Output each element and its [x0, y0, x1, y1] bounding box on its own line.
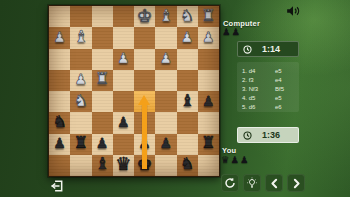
square-g5[interactable]: ♝ — [177, 91, 198, 112]
black-queen[interactable]: ♛ — [115, 155, 131, 173]
move-black: e6 — [275, 104, 282, 110]
square-b3[interactable] — [70, 49, 91, 70]
computer-captured-pieces: ♟♟ — [222, 26, 241, 37]
square-a4[interactable] — [49, 70, 70, 91]
square-h5[interactable]: ♟ — [198, 91, 219, 112]
square-b5[interactable]: ♞ — [70, 91, 91, 112]
square-c8[interactable]: ♝ — [92, 155, 113, 176]
square-c2[interactable] — [92, 27, 113, 48]
square-b1[interactable] — [70, 6, 91, 27]
move-row: 4. d5e5 — [242, 94, 299, 103]
square-f3[interactable]: ♟ — [155, 49, 176, 70]
square-e4[interactable] — [134, 70, 155, 91]
white-rook[interactable]: ♜ — [201, 8, 215, 24]
square-a3[interactable] — [49, 49, 70, 70]
square-a6[interactable]: ♞ — [49, 112, 70, 133]
white-knight[interactable]: ♞ — [180, 8, 194, 24]
square-f6[interactable] — [155, 112, 176, 133]
square-b8[interactable] — [70, 155, 91, 176]
square-d8[interactable]: ♛ — [113, 155, 134, 176]
back-chevron-icon — [269, 178, 280, 189]
square-f1[interactable]: ♝ — [155, 6, 176, 27]
square-h8[interactable] — [198, 155, 219, 176]
square-a2[interactable]: ♟ — [49, 27, 70, 48]
player-time: 1:36 — [252, 130, 298, 140]
you-captured-pieces: ♛♟♟ — [221, 154, 250, 165]
square-b7[interactable]: ♜ — [70, 134, 91, 155]
square-c5[interactable] — [92, 91, 113, 112]
square-d4[interactable] — [113, 70, 134, 91]
hint-button[interactable] — [243, 174, 261, 192]
square-g4[interactable] — [177, 70, 198, 91]
square-c6[interactable] — [92, 112, 113, 133]
forward-chevron-icon — [291, 178, 302, 189]
square-h1[interactable]: ♜ — [198, 6, 219, 27]
square-f5[interactable] — [155, 91, 176, 112]
square-e8[interactable]: ♚ — [134, 155, 155, 176]
square-g7[interactable] — [177, 134, 198, 155]
black-bishop[interactable]: ♝ — [180, 93, 194, 109]
square-h6[interactable] — [198, 112, 219, 133]
square-e7[interactable]: ♟ — [134, 134, 155, 155]
black-knight[interactable]: ♞ — [52, 114, 66, 130]
square-c3[interactable] — [92, 49, 113, 70]
black-pawn[interactable]: ♟ — [96, 136, 109, 150]
square-a5[interactable] — [49, 91, 70, 112]
black-pawn[interactable]: ♟ — [202, 94, 215, 108]
computer-clock: 1:14 — [237, 41, 299, 57]
volume-button[interactable] — [286, 3, 300, 15]
square-g6[interactable] — [177, 112, 198, 133]
square-c4[interactable]: ♜ — [92, 70, 113, 91]
white-king[interactable]: ♚ — [137, 7, 153, 25]
square-d6[interactable]: ♟ — [113, 112, 134, 133]
black-bishop[interactable]: ♝ — [95, 156, 109, 172]
square-d3[interactable]: ♟ — [113, 49, 134, 70]
hint-bulb-icon — [246, 177, 258, 189]
square-a8[interactable] — [49, 155, 70, 176]
move-row: 3. Nf3Bf5 — [242, 84, 299, 93]
square-e2[interactable] — [134, 27, 155, 48]
square-e5[interactable] — [134, 91, 155, 112]
black-pawn[interactable]: ♟ — [53, 136, 66, 150]
square-h3[interactable] — [198, 49, 219, 70]
square-f8[interactable] — [155, 155, 176, 176]
square-h7[interactable]: ♜ — [198, 134, 219, 155]
square-d5[interactable] — [113, 91, 134, 112]
chess-board: ♚♝♞♜♟♝♟♟♟♟♟♜♞♝♟♞♟♟♜♟♟♟♜♝♛♚♞ — [48, 5, 220, 177]
white-knight[interactable]: ♞ — [74, 93, 88, 109]
clock-icon — [243, 45, 252, 54]
square-h2[interactable]: ♟ — [198, 27, 219, 48]
white-pawn[interactable]: ♟ — [160, 51, 173, 65]
white-pawn[interactable]: ♟ — [181, 30, 194, 44]
square-g3[interactable] — [177, 49, 198, 70]
square-d2[interactable] — [113, 27, 134, 48]
move-black: e5 — [275, 68, 282, 74]
move-row: 2. f3e4 — [242, 75, 299, 84]
move-white: 1. d4 — [242, 68, 269, 74]
white-pawn[interactable]: ♟ — [202, 30, 215, 44]
white-rook[interactable]: ♜ — [95, 71, 109, 87]
square-f7[interactable]: ♟ — [155, 134, 176, 155]
white-bishop[interactable]: ♝ — [74, 29, 88, 45]
square-f2[interactable] — [155, 27, 176, 48]
square-a1[interactable] — [49, 6, 70, 27]
player-clock: 1:36 — [237, 127, 299, 143]
back-button[interactable] — [265, 174, 283, 192]
square-e6[interactable] — [134, 112, 155, 133]
move-black: e4 — [275, 77, 282, 83]
move-black: e5 — [275, 95, 282, 101]
square-e1[interactable]: ♚ — [134, 6, 155, 27]
black-pawn[interactable]: ♟ — [160, 136, 173, 150]
square-c1[interactable] — [92, 6, 113, 27]
square-a7[interactable]: ♟ — [49, 134, 70, 155]
move-black: Bf5 — [275, 86, 284, 92]
move-white: 2. f3 — [242, 77, 269, 83]
move-row: 1. d4e5 — [242, 66, 299, 75]
exit-door-arrow-icon — [50, 179, 64, 193]
clock-icon — [243, 131, 252, 140]
square-b4[interactable]: ♟ — [70, 70, 91, 91]
white-pawn[interactable]: ♟ — [117, 51, 130, 65]
square-h4[interactable] — [198, 70, 219, 91]
move-list: 1. d4e52. f3e43. Nf3Bf54. d5e55. d6e6 — [237, 62, 299, 112]
square-b2[interactable]: ♝ — [70, 27, 91, 48]
square-f4[interactable] — [155, 70, 176, 91]
square-g2[interactable]: ♟ — [177, 27, 198, 48]
black-king[interactable]: ♚ — [137, 155, 153, 173]
black-knight[interactable]: ♞ — [180, 156, 194, 172]
white-pawn[interactable]: ♟ — [75, 72, 88, 86]
square-g8[interactable]: ♞ — [177, 155, 198, 176]
move-white: 5. d6 — [242, 104, 269, 110]
move-white: 4. d5 — [242, 95, 269, 101]
black-pawn[interactable]: ♟ — [117, 115, 130, 129]
square-d1[interactable] — [113, 6, 134, 27]
forward-button[interactable] — [287, 174, 305, 192]
move-row: 5. d6e6 — [242, 103, 299, 112]
computer-time: 1:14 — [252, 44, 298, 54]
square-e3[interactable] — [134, 49, 155, 70]
square-d7[interactable] — [113, 134, 134, 155]
speaker-sound-waves-icon — [286, 5, 300, 17]
restart-icon — [224, 177, 236, 189]
black-rook[interactable]: ♜ — [201, 135, 215, 151]
restart-button[interactable] — [221, 174, 239, 192]
exit-button[interactable] — [50, 179, 64, 193]
black-rook[interactable]: ♜ — [74, 135, 88, 151]
white-pawn[interactable]: ♟ — [53, 30, 66, 44]
white-bishop[interactable]: ♝ — [159, 8, 173, 24]
black-pawn[interactable]: ♟ — [138, 136, 151, 150]
square-b6[interactable] — [70, 112, 91, 133]
chess-app: ♚♝♞♜♟♝♟♟♟♟♟♜♞♝♟♞♟♟♜♟♟♟♜♝♛♚♞ Computer ♟♟ … — [0, 0, 350, 197]
square-g1[interactable]: ♞ — [177, 6, 198, 27]
square-c7[interactable]: ♟ — [92, 134, 113, 155]
move-white: 3. Nf3 — [242, 86, 269, 92]
